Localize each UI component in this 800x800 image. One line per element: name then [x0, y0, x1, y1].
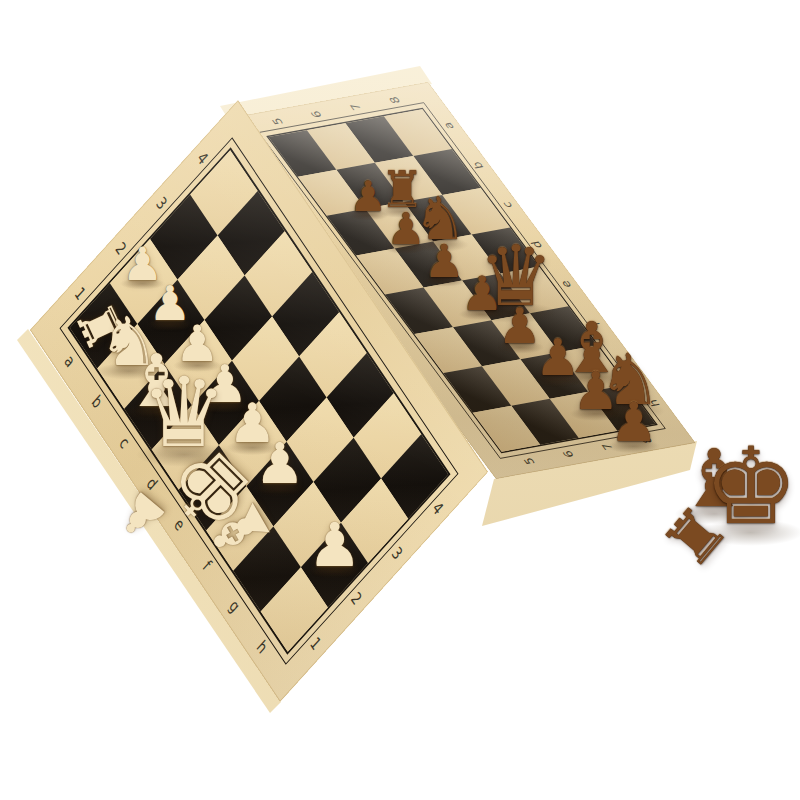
file-label-c: c: [499, 201, 516, 209]
piece-black-pawn-h7: ♟: [610, 396, 659, 450]
piece-white-pawn-h2: ♟: [308, 514, 362, 575]
file-label-c: c: [116, 433, 133, 453]
rank-label-2: 2: [348, 588, 366, 609]
file-label-h: h: [253, 636, 271, 657]
file-label-e: e: [557, 280, 574, 289]
black-pawn-icon: ♟: [610, 396, 659, 450]
rank-label-8: 8: [386, 96, 403, 105]
piece-black-pawn-d7: ♟: [461, 270, 504, 317]
file-label-a: a: [440, 121, 457, 130]
file-label-b: b: [469, 161, 486, 170]
product-photo-canvas: 88776655abcdefgh 44332211abcdefgh ♜♞♝♛♚♝…: [0, 0, 800, 800]
rank-label-3: 3: [388, 543, 406, 564]
file-label-b: b: [88, 391, 106, 412]
rank-label-4: 4: [429, 498, 447, 519]
rank-label-7: 7: [347, 103, 364, 112]
file-label-a: a: [61, 350, 78, 371]
rank-label-3: 3: [153, 193, 171, 214]
black-pawn-icon: ♟: [461, 270, 504, 317]
file-label-g: g: [226, 596, 244, 617]
white-pawn-icon: ♟: [308, 514, 362, 575]
piece-black-pawn-b7: ♟: [386, 207, 425, 251]
black-pawn-icon: ♟: [386, 207, 425, 251]
piece-black-pawn-a7: ♟: [349, 176, 387, 218]
rank-label-1: 1: [307, 633, 325, 654]
rank-label-6: 6: [308, 110, 325, 119]
black-pawn-icon: ♟: [349, 176, 387, 218]
rank-label-6: 6: [560, 449, 577, 458]
rank-label-5: 5: [521, 457, 538, 466]
piece-black-pawn-c7: ♟: [423, 239, 464, 285]
rank-label-1: 1: [71, 283, 89, 304]
rank-label-4: 4: [194, 148, 212, 169]
black-pawn-icon: ♟: [423, 239, 464, 285]
rank-label-5: 5: [269, 117, 286, 126]
